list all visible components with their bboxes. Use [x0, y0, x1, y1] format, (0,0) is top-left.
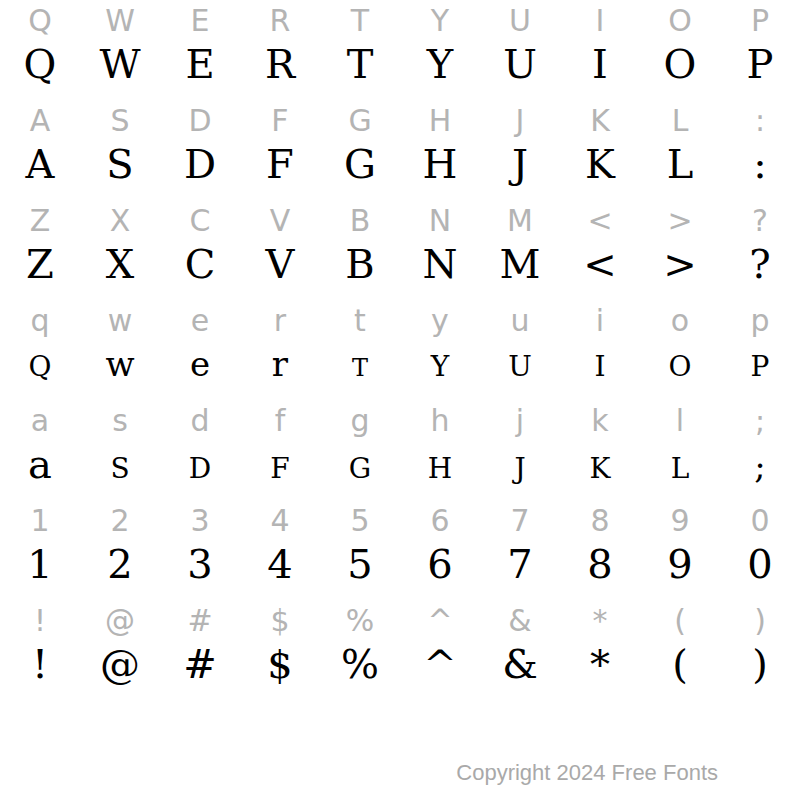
glyph-cell: M	[480, 239, 560, 289]
glyph-cell: ?	[720, 239, 800, 289]
glyph-cell: L	[640, 139, 720, 189]
glyph-cell: <	[560, 239, 640, 289]
glyph-cell: a	[0, 439, 80, 489]
glyph-cell: I	[560, 342, 640, 392]
glyph-cell: F	[240, 444, 320, 494]
glyph-cell: K	[560, 139, 640, 189]
glyph-cell: F	[240, 139, 320, 189]
copyright-watermark: Copyright 2024 Free Fonts	[456, 758, 718, 788]
glyph-cell: #	[160, 639, 240, 689]
glyph-cell: L	[640, 444, 720, 494]
glyph-cell: :	[720, 139, 800, 189]
glyph-cell: R	[240, 39, 320, 89]
glyph-cell: K	[560, 444, 640, 494]
glyph-cell: 9	[640, 539, 720, 589]
glyph-cell: (	[640, 639, 720, 689]
glyph-cell: Y	[400, 39, 480, 89]
glyph-cell: 7	[480, 539, 560, 589]
glyph-cell: Y	[400, 342, 480, 392]
glyph-cell: 1	[0, 539, 80, 589]
glyph-cell: Q	[0, 39, 80, 89]
glyph-cell: Z	[0, 239, 80, 289]
specimen-row-8-black: QwerTYUIOP	[0, 339, 800, 389]
specimen-row-10-black: aSDFGHJKL;	[0, 439, 800, 489]
font-specimen-page: QWERTYUIOPQWERTYUIOPASDFGHJKL:ASDFGHJKL:…	[0, 0, 800, 800]
glyph-cell: r	[240, 339, 320, 389]
glyph-cell: S	[80, 444, 160, 494]
glyph-cell: w	[80, 339, 160, 389]
glyph-cell: &	[480, 639, 560, 689]
glyph-cell: T	[320, 343, 400, 393]
glyph-cell: X	[80, 239, 160, 289]
glyph-cell: %	[320, 639, 400, 689]
glyph-cell: !	[0, 639, 80, 689]
glyph-cell: B	[320, 239, 400, 289]
glyph-cell: U	[480, 342, 560, 392]
glyph-cell: 2	[80, 539, 160, 589]
glyph-cell: W	[80, 39, 160, 89]
glyph-cell: 8	[560, 539, 640, 589]
specimen-row-6-black: ZXCVBNM<>?	[0, 239, 800, 289]
glyph-cell: A	[0, 139, 80, 189]
glyph-cell: 4	[240, 539, 320, 589]
glyph-cell: U	[480, 39, 560, 89]
glyph-cell: 0	[720, 539, 800, 589]
glyph-cell: e	[160, 339, 240, 389]
glyph-cell: G	[320, 139, 400, 189]
glyph-cell: E	[160, 39, 240, 89]
glyph-cell: H	[400, 444, 480, 494]
glyph-cell: $	[240, 639, 320, 689]
glyph-cell: G	[320, 444, 400, 494]
glyph-cell: O	[640, 342, 720, 392]
glyph-cell: J	[480, 444, 560, 494]
glyph-cell: ^	[400, 639, 480, 689]
glyph-cell: *	[560, 639, 640, 689]
glyph-cell: >	[640, 239, 720, 289]
glyph-cell: J	[480, 139, 560, 189]
glyph-cell: ;	[720, 441, 800, 491]
glyph-cell: P	[720, 39, 800, 89]
glyph-cell: D	[160, 139, 240, 189]
glyph-cell: V	[240, 239, 320, 289]
glyph-cell: @	[80, 639, 160, 689]
glyph-cell: N	[400, 239, 480, 289]
glyph-cell: 5	[320, 539, 400, 589]
glyph-grid: QWERTYUIOPQWERTYUIOPASDFGHJKL:ASDFGHJKL:…	[0, 0, 800, 800]
glyph-cell: H	[400, 139, 480, 189]
glyph-cell: )	[720, 639, 800, 689]
glyph-cell: P	[720, 342, 800, 392]
glyph-cell: Q	[0, 342, 80, 392]
glyph-cell: D	[160, 444, 240, 494]
specimen-row-14-black: !@#$%^&*()	[0, 639, 800, 689]
specimen-row-4-black: ASDFGHJKL:	[0, 139, 800, 189]
glyph-cell: O	[640, 39, 720, 89]
glyph-cell: 3	[160, 539, 240, 589]
glyph-cell: I	[560, 39, 640, 89]
glyph-cell: T	[320, 39, 400, 89]
glyph-cell: 6	[400, 539, 480, 589]
glyph-cell: C	[160, 239, 240, 289]
glyph-cell: S	[80, 139, 160, 189]
specimen-row-2-black: QWERTYUIOP	[0, 39, 800, 89]
specimen-row-12-black: 1234567890	[0, 539, 800, 589]
